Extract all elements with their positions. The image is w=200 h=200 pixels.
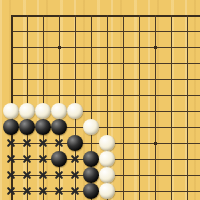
territory-x-mark [35,167,51,183]
white-stone [83,119,99,135]
territory-x-mark [67,167,83,183]
black-stone [35,119,51,135]
black-stone [83,151,99,167]
territory-x-mark [35,183,51,199]
white-stone [35,103,51,119]
grid-line-v [139,15,140,200]
black-stone [51,151,67,167]
star-point [154,142,157,145]
white-stone [99,135,115,151]
go-board [0,0,200,200]
white-stone [51,103,67,119]
territory-x-mark [35,151,51,167]
territory-x-mark [51,167,67,183]
white-stone [99,183,115,199]
territory-x-mark [51,135,67,151]
white-stone [99,167,115,183]
territory-x-mark [35,135,51,151]
black-stone [83,167,99,183]
white-stone [67,103,83,119]
territory-x-mark [51,183,67,199]
territory-x-mark [19,167,35,183]
territory-x-mark [3,151,19,167]
grid-line-v [155,15,156,200]
territory-x-mark [19,183,35,199]
territory-x-mark [67,183,83,199]
territory-x-mark [3,135,19,151]
white-stone [19,103,35,119]
black-stone [3,119,19,135]
white-stone [99,151,115,167]
black-stone [19,119,35,135]
star-point [58,46,61,49]
grid-line-v [123,15,124,200]
black-stone [83,183,99,199]
black-stone [51,119,67,135]
territory-x-mark [3,167,19,183]
territory-x-mark [19,151,35,167]
territory-x-mark [3,183,19,199]
territory-x-mark [19,135,35,151]
grid-line-v [187,15,188,200]
star-point [154,46,157,49]
territory-x-mark [67,151,83,167]
white-stone [3,103,19,119]
black-stone [67,135,83,151]
grid-line-v [171,15,172,200]
